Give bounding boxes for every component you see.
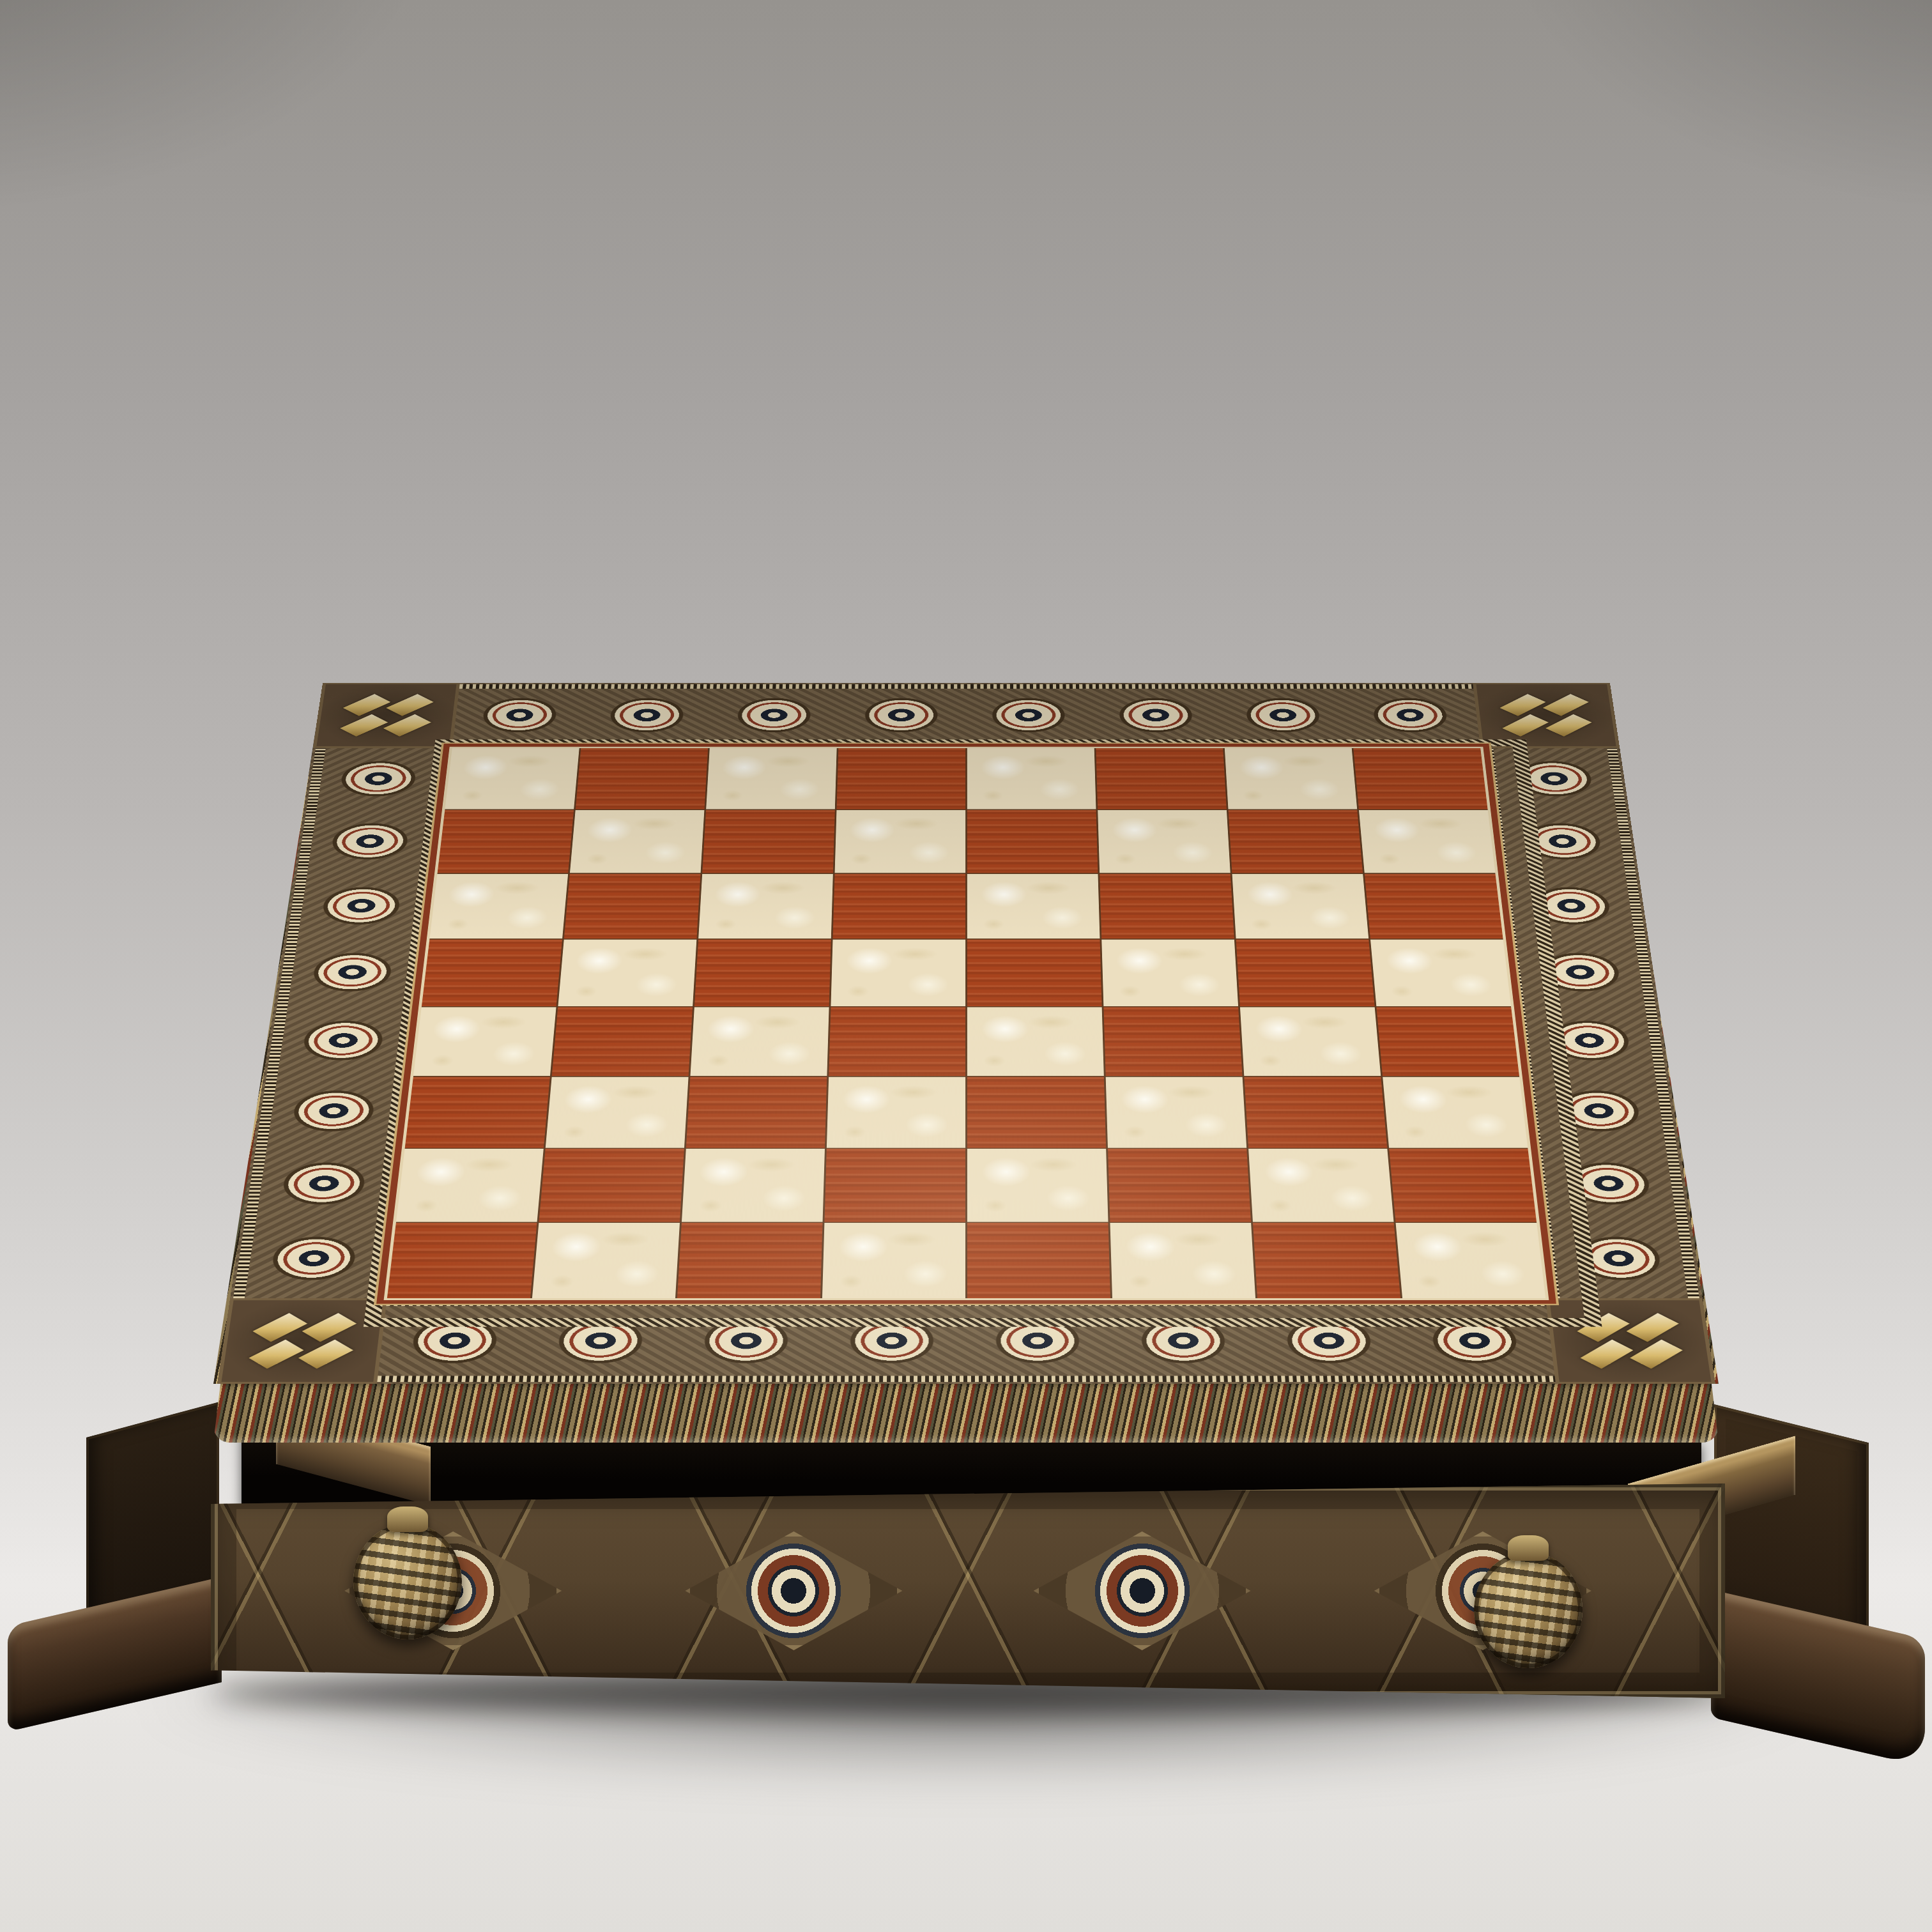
photo-backdrop <box>0 0 1932 1932</box>
square-d8[interactable] <box>836 748 965 809</box>
square-b6[interactable] <box>564 874 701 939</box>
square-c4[interactable] <box>690 1007 829 1076</box>
square-a6[interactable] <box>429 874 568 939</box>
square-h8[interactable] <box>1353 748 1487 809</box>
square-a8[interactable] <box>445 748 579 809</box>
corner-motif <box>313 683 460 748</box>
square-c1[interactable] <box>677 1223 823 1298</box>
square-d4[interactable] <box>829 1007 965 1076</box>
square-e5[interactable] <box>967 940 1102 1007</box>
square-a7[interactable] <box>438 810 574 873</box>
square-h4[interactable] <box>1376 1007 1519 1076</box>
square-c3[interactable] <box>686 1077 827 1148</box>
square-a4[interactable] <box>413 1007 556 1076</box>
square-b8[interactable] <box>576 748 708 809</box>
square-h3[interactable] <box>1383 1077 1528 1148</box>
square-b5[interactable] <box>558 940 696 1007</box>
square-f2[interactable] <box>1108 1149 1251 1222</box>
square-a5[interactable] <box>422 940 562 1007</box>
square-f4[interactable] <box>1103 1007 1242 1076</box>
square-h1[interactable] <box>1396 1223 1546 1298</box>
square-e2[interactable] <box>967 1149 1108 1222</box>
square-b3[interactable] <box>546 1077 689 1148</box>
square-f8[interactable] <box>1096 748 1227 809</box>
square-g2[interactable] <box>1248 1149 1393 1222</box>
square-g5[interactable] <box>1236 940 1375 1007</box>
square-d7[interactable] <box>835 810 966 873</box>
square-g1[interactable] <box>1253 1223 1400 1298</box>
square-c5[interactable] <box>694 940 831 1007</box>
square-d1[interactable] <box>822 1223 965 1298</box>
board-top-surface <box>217 683 1715 1384</box>
drawer-knob-right[interactable] <box>1474 1552 1583 1668</box>
square-e7[interactable] <box>967 810 1098 873</box>
square-g7[interactable] <box>1229 810 1363 873</box>
square-a1[interactable] <box>387 1223 537 1298</box>
square-d3[interactable] <box>827 1077 965 1148</box>
square-a3[interactable] <box>405 1077 550 1148</box>
square-f5[interactable] <box>1101 940 1238 1007</box>
square-e6[interactable] <box>967 874 1100 939</box>
drawer-star-medallion <box>685 1531 902 1650</box>
square-c6[interactable] <box>698 874 833 939</box>
corner-motif <box>1473 683 1620 748</box>
square-h5[interactable] <box>1370 940 1511 1007</box>
corner-motif <box>217 1298 387 1384</box>
square-b4[interactable] <box>552 1007 693 1076</box>
mosaic-border-far <box>452 683 1480 748</box>
square-g8[interactable] <box>1225 748 1357 809</box>
square-c2[interactable] <box>682 1149 825 1222</box>
square-b2[interactable] <box>539 1149 684 1222</box>
square-a2[interactable] <box>396 1149 544 1222</box>
lid-edge-stripes-front <box>213 1380 1719 1443</box>
square-h7[interactable] <box>1359 810 1495 873</box>
square-e4[interactable] <box>967 1007 1104 1076</box>
square-f7[interactable] <box>1098 810 1230 873</box>
chessboard <box>387 748 1545 1298</box>
square-h6[interactable] <box>1365 874 1503 939</box>
square-b7[interactable] <box>570 810 704 873</box>
square-e3[interactable] <box>967 1077 1106 1148</box>
drawer-star-medallion <box>1034 1531 1251 1650</box>
square-f6[interactable] <box>1100 874 1234 939</box>
square-h2[interactable] <box>1389 1149 1537 1222</box>
drawer-knob-left[interactable] <box>353 1523 462 1639</box>
square-b1[interactable] <box>532 1223 680 1298</box>
square-e8[interactable] <box>967 748 1096 809</box>
square-f1[interactable] <box>1110 1223 1255 1298</box>
square-d6[interactable] <box>833 874 966 939</box>
square-c7[interactable] <box>702 810 835 873</box>
square-g4[interactable] <box>1240 1007 1381 1076</box>
square-d5[interactable] <box>831 940 965 1007</box>
square-c8[interactable] <box>706 748 837 809</box>
square-g3[interactable] <box>1244 1077 1387 1148</box>
square-g6[interactable] <box>1232 874 1369 939</box>
square-e1[interactable] <box>967 1223 1110 1298</box>
square-f3[interactable] <box>1106 1077 1247 1148</box>
square-d2[interactable] <box>824 1149 965 1222</box>
